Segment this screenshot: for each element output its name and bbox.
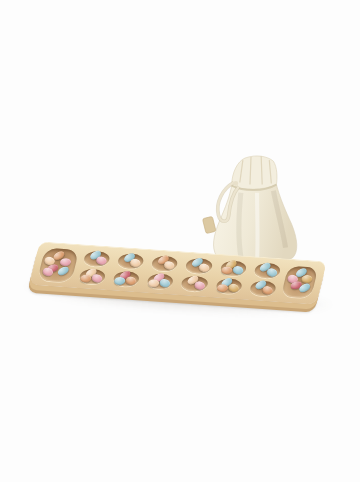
- pit-back-4: [185, 258, 214, 275]
- stone-blue: [231, 265, 245, 276]
- bag-top-gather: [232, 156, 277, 190]
- stone-blue: [113, 277, 126, 286]
- pit-back-5: [219, 260, 248, 277]
- pit-front-4: [180, 275, 209, 292]
- stone-orange: [220, 266, 233, 275]
- stone-orange: [260, 285, 274, 296]
- pit-front-3: [146, 273, 175, 290]
- store-right: [281, 266, 319, 299]
- stone-pink: [59, 257, 72, 266]
- pit-grid: [76, 250, 284, 296]
- stone-orange: [124, 275, 138, 286]
- bag-tag: [202, 216, 216, 233]
- stone-pink: [90, 273, 104, 284]
- stone-orange: [216, 284, 229, 293]
- stone-pink: [94, 255, 108, 266]
- pit-front-6: [248, 280, 277, 297]
- pit-front-1: [78, 268, 107, 285]
- stone-blue: [265, 267, 279, 278]
- store-left: [37, 248, 79, 283]
- stone-blue: [158, 278, 172, 289]
- stone-peach: [128, 258, 142, 269]
- stone-orange: [79, 274, 92, 283]
- pit-front-2: [112, 271, 141, 288]
- pit-back-1: [82, 251, 111, 268]
- pit-back-2: [117, 253, 146, 270]
- stone-peach: [147, 279, 160, 288]
- stone-blue: [57, 265, 70, 277]
- pit-back-6: [253, 262, 282, 279]
- pit-back-3: [151, 255, 180, 272]
- stone-peach: [163, 260, 177, 271]
- stone-gold: [226, 283, 240, 294]
- cord-knot: [233, 181, 238, 186]
- stone-peach: [197, 262, 211, 273]
- stone-pink: [192, 280, 206, 291]
- pit-front-5: [214, 278, 243, 295]
- product-photo-scene: [0, 0, 360, 482]
